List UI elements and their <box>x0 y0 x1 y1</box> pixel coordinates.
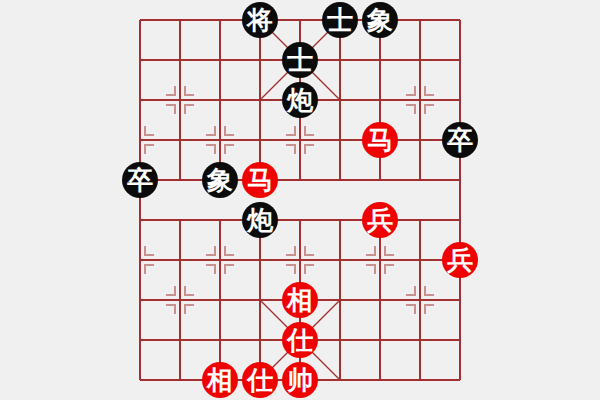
piece-black-cannon[interactable]: 炮 <box>282 82 318 118</box>
piece-red-general[interactable]: 帅 <box>282 362 318 398</box>
xiangqi-board: 将士象士炮马卒卒象马炮兵兵相仕相仕帅 <box>0 0 600 400</box>
piece-black-general[interactable]: 将 <box>242 2 278 38</box>
piece-red-pawn[interactable]: 兵 <box>362 202 398 238</box>
piece-red-elephant[interactable]: 相 <box>202 362 238 398</box>
piece-red-advisor[interactable]: 仕 <box>242 362 278 398</box>
piece-red-elephant[interactable]: 相 <box>282 282 318 318</box>
piece-black-advisor[interactable]: 士 <box>282 42 318 78</box>
piece-red-horse[interactable]: 马 <box>362 122 398 158</box>
piece-black-pawn[interactable]: 卒 <box>122 162 158 198</box>
piece-grid: 将士象士炮马卒卒象马炮兵兵相仕相仕帅 <box>120 0 480 400</box>
piece-red-advisor[interactable]: 仕 <box>282 322 318 358</box>
piece-red-horse[interactable]: 马 <box>242 162 278 198</box>
piece-black-elephant[interactable]: 象 <box>202 162 238 198</box>
piece-black-pawn[interactable]: 卒 <box>442 122 478 158</box>
piece-black-elephant[interactable]: 象 <box>362 2 398 38</box>
piece-red-pawn[interactable]: 兵 <box>442 242 478 278</box>
piece-black-cannon[interactable]: 炮 <box>242 202 278 238</box>
piece-black-advisor[interactable]: 士 <box>322 2 358 38</box>
